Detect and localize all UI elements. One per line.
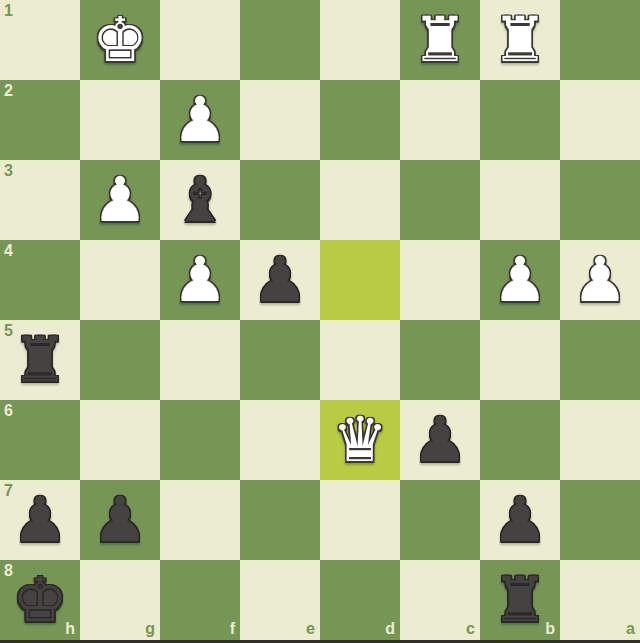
file-label-a: a [626,621,635,637]
file-label-d: d [385,621,395,637]
square-g3[interactable]: ♟ [80,160,160,240]
white-pawn[interactable]: ♟ [480,240,560,320]
white-pawn[interactable]: ♟ [80,160,160,240]
square-f4[interactable]: ♟ [160,240,240,320]
black-bishop[interactable]: ♝ [160,160,240,240]
square-c5[interactable] [400,320,480,400]
black-pawn[interactable]: ♟ [0,480,80,560]
file-label-g: g [145,621,155,637]
square-c4[interactable] [400,240,480,320]
square-b5[interactable] [480,320,560,400]
square-a7[interactable] [560,480,640,560]
square-h1[interactable]: 1 [0,0,80,80]
square-a2[interactable] [560,80,640,160]
square-e8[interactable]: e [240,560,320,640]
square-f5[interactable] [160,320,240,400]
square-d4[interactable] [320,240,400,320]
rank-label-6: 6 [4,403,13,419]
square-d2[interactable] [320,80,400,160]
square-b2[interactable] [480,80,560,160]
square-f6[interactable] [160,400,240,480]
white-pawn[interactable]: ♟ [160,80,240,160]
square-a3[interactable] [560,160,640,240]
square-f1[interactable] [160,0,240,80]
square-e4[interactable]: ♟ [240,240,320,320]
square-b8[interactable]: b♜ [480,560,560,640]
square-e3[interactable] [240,160,320,240]
file-label-f: f [230,621,235,637]
square-b7[interactable]: ♟ [480,480,560,560]
square-h4[interactable]: 4 [0,240,80,320]
square-e2[interactable] [240,80,320,160]
file-label-e: e [306,621,315,637]
square-d3[interactable] [320,160,400,240]
rank-label-1: 1 [4,3,13,19]
white-rook[interactable]: ♜ [480,0,560,80]
square-h6[interactable]: 6 [0,400,80,480]
square-g2[interactable] [80,80,160,160]
square-c8[interactable]: c [400,560,480,640]
square-e6[interactable] [240,400,320,480]
black-pawn[interactable]: ♟ [80,480,160,560]
square-c7[interactable] [400,480,480,560]
square-e7[interactable] [240,480,320,560]
square-d8[interactable]: d [320,560,400,640]
square-h3[interactable]: 3 [0,160,80,240]
square-g7[interactable]: ♟ [80,480,160,560]
square-f3[interactable]: ♝ [160,160,240,240]
square-d5[interactable] [320,320,400,400]
square-g4[interactable] [80,240,160,320]
file-label-c: c [466,621,475,637]
black-rook[interactable]: ♜ [0,320,80,400]
square-g8[interactable]: g [80,560,160,640]
rank-label-3: 3 [4,163,13,179]
black-pawn[interactable]: ♟ [240,240,320,320]
square-d1[interactable] [320,0,400,80]
white-pawn[interactable]: ♟ [560,240,640,320]
square-b3[interactable] [480,160,560,240]
white-queen[interactable]: ♛ [320,400,400,480]
square-h2[interactable]: 2 [0,80,80,160]
white-rook[interactable]: ♜ [400,0,480,80]
square-b6[interactable] [480,400,560,480]
black-king[interactable]: ♚ [0,560,80,640]
chess-board: 1♚♜♜2♟3♟♝4♟♟♟♟5♜6♛♟7♟♟♟8h♚gfedcb♜a [0,0,640,640]
white-pawn[interactable]: ♟ [160,240,240,320]
black-rook[interactable]: ♜ [480,560,560,640]
square-a4[interactable]: ♟ [560,240,640,320]
square-d7[interactable] [320,480,400,560]
square-c6[interactable]: ♟ [400,400,480,480]
square-b1[interactable]: ♜ [480,0,560,80]
square-e5[interactable] [240,320,320,400]
square-h7[interactable]: 7♟ [0,480,80,560]
square-c1[interactable]: ♜ [400,0,480,80]
square-c2[interactable] [400,80,480,160]
square-a5[interactable] [560,320,640,400]
black-pawn[interactable]: ♟ [480,480,560,560]
square-h5[interactable]: 5♜ [0,320,80,400]
square-f7[interactable] [160,480,240,560]
square-a8[interactable]: a [560,560,640,640]
square-f8[interactable]: f [160,560,240,640]
rank-label-4: 4 [4,243,13,259]
square-d6[interactable]: ♛ [320,400,400,480]
black-pawn[interactable]: ♟ [400,400,480,480]
square-g1[interactable]: ♚ [80,0,160,80]
square-a6[interactable] [560,400,640,480]
square-c3[interactable] [400,160,480,240]
square-h8[interactable]: 8h♚ [0,560,80,640]
square-g6[interactable] [80,400,160,480]
white-king[interactable]: ♚ [80,0,160,80]
square-b4[interactable]: ♟ [480,240,560,320]
rank-label-2: 2 [4,83,13,99]
square-e1[interactable] [240,0,320,80]
square-f2[interactable]: ♟ [160,80,240,160]
square-g5[interactable] [80,320,160,400]
square-a1[interactable] [560,0,640,80]
